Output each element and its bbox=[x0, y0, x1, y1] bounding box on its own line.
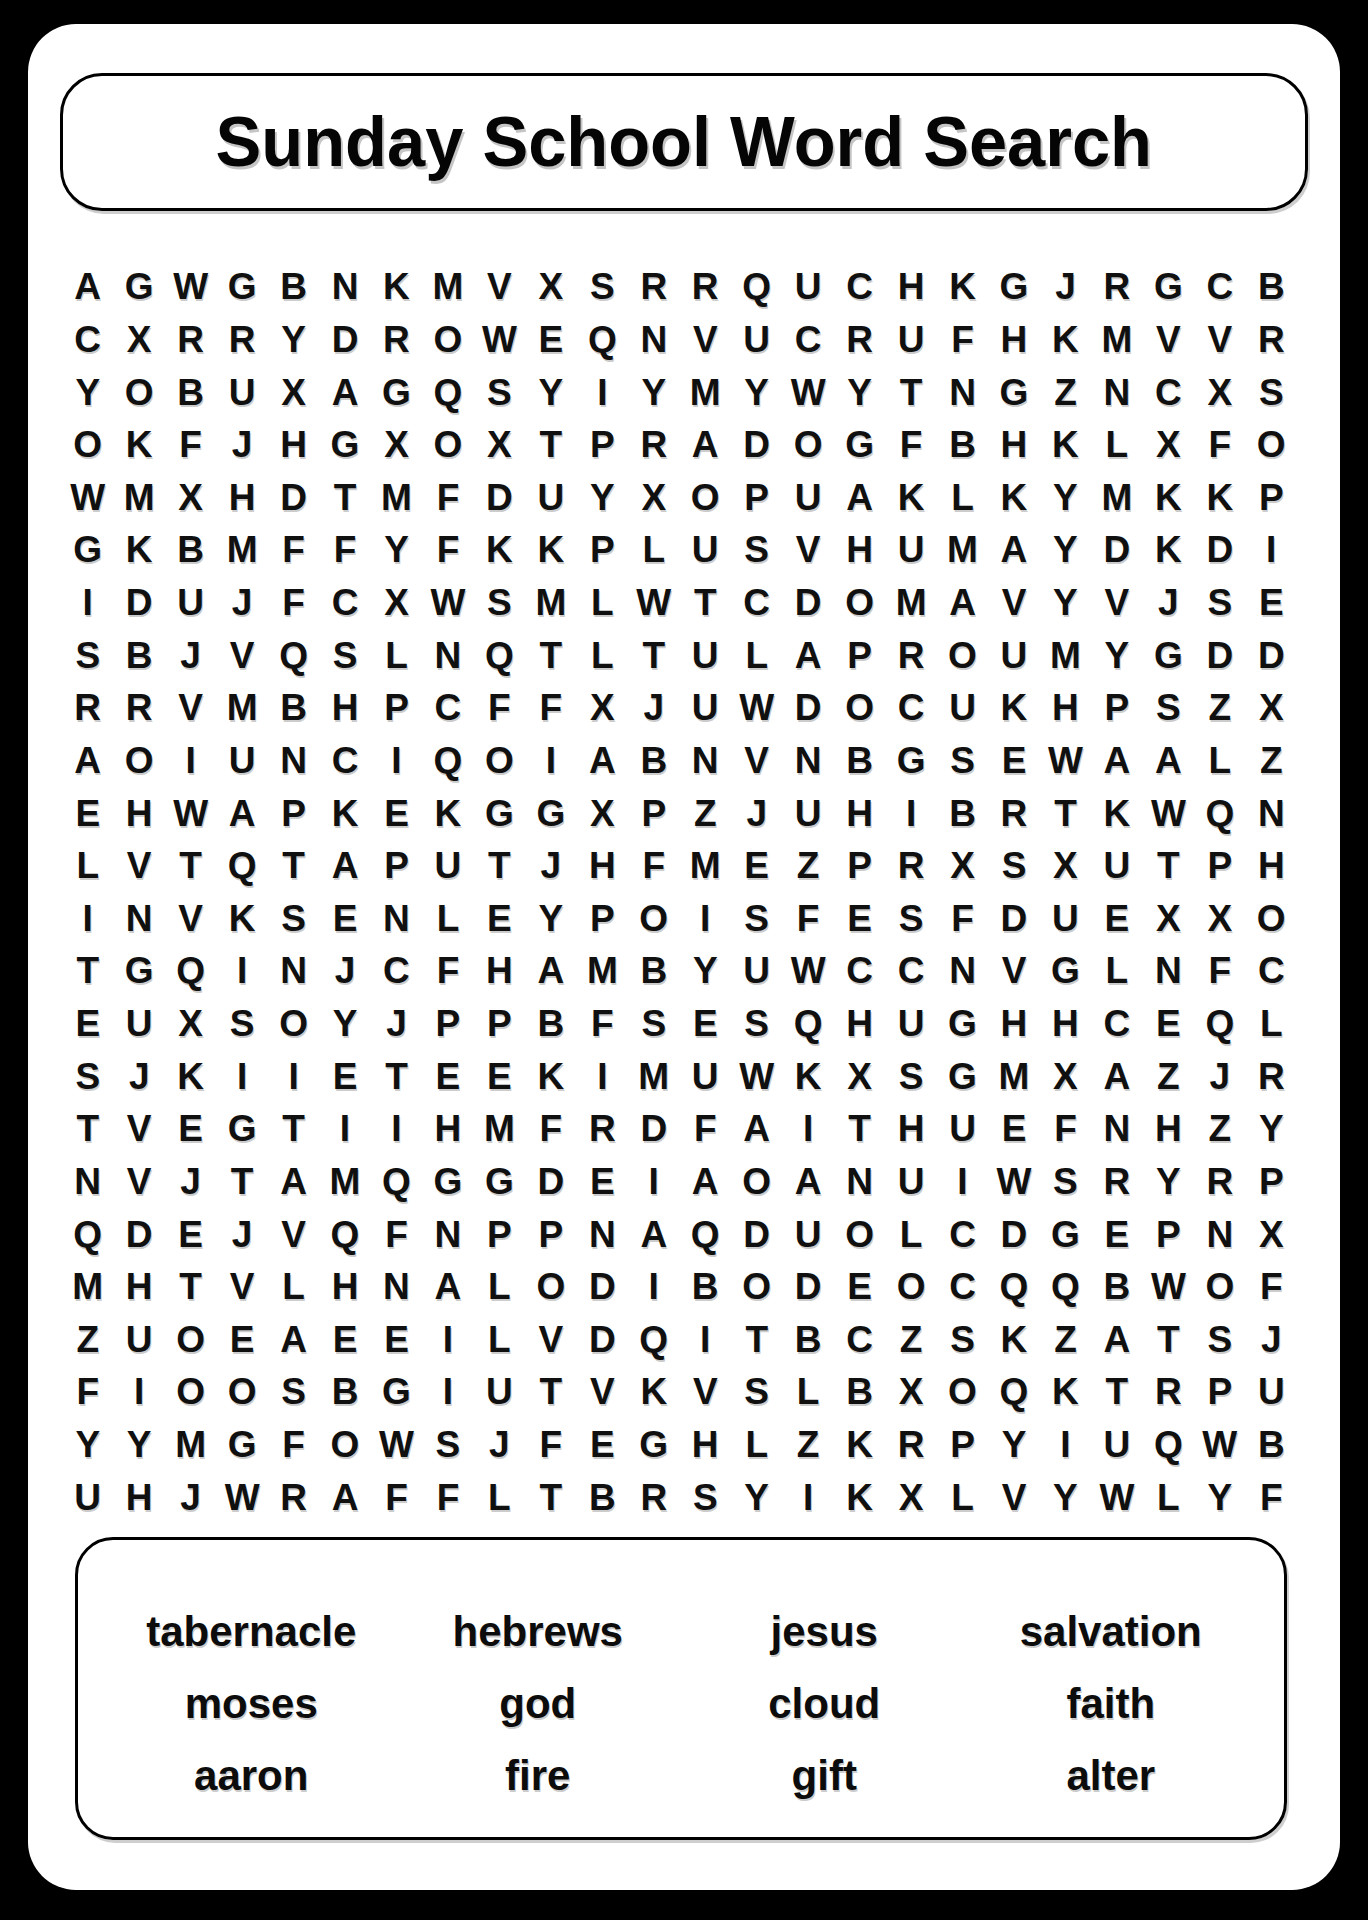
grid-cell: Y bbox=[731, 366, 782, 419]
grid-cell: G bbox=[62, 524, 113, 577]
grid-cell: P bbox=[628, 787, 679, 840]
grid-cell: P bbox=[731, 472, 782, 525]
grid-cell: F bbox=[1194, 419, 1245, 472]
grid-cell: M bbox=[422, 261, 473, 314]
grid-cell: W bbox=[371, 1419, 422, 1472]
grid-cell: K bbox=[525, 524, 576, 577]
grid-cell: Y bbox=[1194, 1471, 1245, 1524]
grid-cell: N bbox=[1143, 945, 1194, 998]
grid-cell: E bbox=[834, 1261, 885, 1314]
grid-cell: Y bbox=[1143, 1156, 1194, 1209]
grid-cell: A bbox=[1091, 1050, 1142, 1103]
grid-cell: Q bbox=[474, 629, 525, 682]
grid-cell: D bbox=[1246, 629, 1297, 682]
word-bank-item: fire bbox=[395, 1740, 682, 1812]
grid-cell: D bbox=[782, 577, 833, 630]
grid-cell: O bbox=[62, 419, 113, 472]
grid-cell: F bbox=[525, 1419, 576, 1472]
grid-cell: U bbox=[679, 524, 730, 577]
grid-cell: S bbox=[731, 998, 782, 1051]
grid-cell: V bbox=[113, 1103, 164, 1156]
grid-cell: W bbox=[165, 787, 216, 840]
grid-cell: P bbox=[525, 1208, 576, 1261]
grid-cell: M bbox=[628, 1050, 679, 1103]
grid-cell: L bbox=[422, 893, 473, 946]
word-bank-item: hebrews bbox=[395, 1596, 682, 1668]
grid-cell: E bbox=[319, 1314, 370, 1367]
grid-cell: W bbox=[165, 261, 216, 314]
grid-cell: D bbox=[577, 1314, 628, 1367]
grid-cell: O bbox=[834, 682, 885, 735]
worksheet-paper: Sunday School Word Search AGWGBNKMVXSRRQ… bbox=[28, 24, 1340, 1890]
grid-cell: L bbox=[577, 629, 628, 682]
grid-cell: Z bbox=[1194, 1103, 1245, 1156]
grid-cell: U bbox=[474, 1366, 525, 1419]
grid-cell: E bbox=[165, 1103, 216, 1156]
grid-cell: G bbox=[885, 735, 936, 788]
grid-cell: U bbox=[216, 735, 267, 788]
grid-cell: W bbox=[474, 314, 525, 367]
grid-cell: W bbox=[988, 1156, 1039, 1209]
grid-cell: Y bbox=[1040, 1471, 1091, 1524]
grid-cell: I bbox=[216, 945, 267, 998]
grid-cell: A bbox=[319, 1471, 370, 1524]
grid-cell: S bbox=[62, 1050, 113, 1103]
grid-cell: J bbox=[319, 945, 370, 998]
grid-cell: X bbox=[1194, 366, 1245, 419]
grid-cell: H bbox=[988, 419, 1039, 472]
grid-cell: T bbox=[885, 366, 936, 419]
grid-cell: E bbox=[422, 1050, 473, 1103]
grid-cell: O bbox=[679, 472, 730, 525]
grid-cell: J bbox=[165, 1471, 216, 1524]
word-bank-item: tabernacle bbox=[108, 1596, 395, 1668]
grid-cell: T bbox=[62, 1103, 113, 1156]
grid-cell: N bbox=[628, 314, 679, 367]
grid-cell: G bbox=[216, 1419, 267, 1472]
grid-cell: L bbox=[474, 1261, 525, 1314]
grid-cell: P bbox=[422, 998, 473, 1051]
grid-cell: F bbox=[937, 314, 988, 367]
grid-cell: X bbox=[885, 1366, 936, 1419]
grid-cell: K bbox=[1040, 419, 1091, 472]
grid-cell: F bbox=[422, 524, 473, 577]
grid-cell: U bbox=[62, 1471, 113, 1524]
grid-cell: T bbox=[268, 1103, 319, 1156]
grid-cell: M bbox=[62, 1261, 113, 1314]
grid-cell: Y bbox=[834, 366, 885, 419]
grid-cell: A bbox=[1091, 735, 1142, 788]
grid-cell: Y bbox=[1040, 577, 1091, 630]
grid-cell: K bbox=[834, 1419, 885, 1472]
grid-cell: S bbox=[731, 524, 782, 577]
grid-cell: Q bbox=[988, 1366, 1039, 1419]
word-bank-item: aaron bbox=[108, 1740, 395, 1812]
grid-cell: L bbox=[1194, 735, 1245, 788]
grid-cell: X bbox=[885, 1471, 936, 1524]
grid-cell: H bbox=[1143, 1103, 1194, 1156]
grid-cell: G bbox=[319, 419, 370, 472]
grid-cell: R bbox=[371, 314, 422, 367]
grid-cell: S bbox=[577, 261, 628, 314]
grid-cell: G bbox=[1040, 1208, 1091, 1261]
grid-cell: Z bbox=[1194, 682, 1245, 735]
grid-cell: W bbox=[1143, 787, 1194, 840]
grid-cell: A bbox=[988, 524, 1039, 577]
grid-cell: X bbox=[165, 998, 216, 1051]
grid-cell: L bbox=[474, 1471, 525, 1524]
grid-cell: Q bbox=[679, 1208, 730, 1261]
grid-cell: P bbox=[1246, 472, 1297, 525]
grid-cell: Q bbox=[319, 1208, 370, 1261]
grid-cell: L bbox=[62, 840, 113, 893]
grid-cell: M bbox=[577, 945, 628, 998]
grid-cell: W bbox=[782, 366, 833, 419]
grid-cell: F bbox=[319, 524, 370, 577]
grid-cell: W bbox=[731, 682, 782, 735]
grid-cell: U bbox=[885, 314, 936, 367]
grid-cell: O bbox=[782, 419, 833, 472]
grid-cell: N bbox=[937, 945, 988, 998]
grid-cell: I bbox=[782, 1471, 833, 1524]
grid-cell: H bbox=[1040, 998, 1091, 1051]
grid-cell: S bbox=[1194, 1314, 1245, 1367]
grid-cell: T bbox=[679, 577, 730, 630]
grid-cell: D bbox=[1091, 524, 1142, 577]
grid-cell: H bbox=[577, 840, 628, 893]
grid-cell: Q bbox=[1194, 787, 1245, 840]
grid-cell: K bbox=[422, 787, 473, 840]
grid-cell: P bbox=[474, 1208, 525, 1261]
grid-cell: U bbox=[1091, 1419, 1142, 1472]
grid-cell: K bbox=[474, 524, 525, 577]
grid-cell: F bbox=[679, 1103, 730, 1156]
grid-cell: U bbox=[885, 998, 936, 1051]
grid-cell: H bbox=[422, 1103, 473, 1156]
grid-cell: G bbox=[216, 1103, 267, 1156]
grid-cell: B bbox=[834, 735, 885, 788]
grid-cell: E bbox=[525, 314, 576, 367]
grid-cell: E bbox=[474, 1050, 525, 1103]
grid-cell: U bbox=[165, 577, 216, 630]
word-bank-item: faith bbox=[968, 1668, 1255, 1740]
grid-cell: Q bbox=[62, 1208, 113, 1261]
grid-cell: I bbox=[628, 1261, 679, 1314]
grid-cell: G bbox=[937, 1050, 988, 1103]
grid-cell: K bbox=[113, 419, 164, 472]
grid-cell: M bbox=[679, 366, 730, 419]
grid-cell: S bbox=[937, 735, 988, 788]
grid-cell: A bbox=[268, 1314, 319, 1367]
grid-cell: J bbox=[731, 787, 782, 840]
grid-cell: A bbox=[268, 1156, 319, 1209]
grid-cell: V bbox=[113, 1156, 164, 1209]
grid-cell: U bbox=[525, 472, 576, 525]
grid-cell: L bbox=[937, 1471, 988, 1524]
grid-cell: Y bbox=[988, 1419, 1039, 1472]
grid-cell: O bbox=[731, 1261, 782, 1314]
word-bank-item: gift bbox=[681, 1740, 968, 1812]
grid-cell: R bbox=[628, 419, 679, 472]
grid-cell: K bbox=[113, 524, 164, 577]
grid-cell: T bbox=[731, 1314, 782, 1367]
grid-cell: V bbox=[679, 314, 730, 367]
word-bank-item: salvation bbox=[968, 1596, 1255, 1668]
grid-cell: P bbox=[1246, 1156, 1297, 1209]
grid-cell: R bbox=[1143, 1366, 1194, 1419]
grid-cell: E bbox=[371, 1314, 422, 1367]
grid-cell: O bbox=[268, 998, 319, 1051]
grid-cell: F bbox=[371, 1471, 422, 1524]
grid-cell: H bbox=[885, 261, 936, 314]
grid-cell: L bbox=[474, 1314, 525, 1367]
grid-cell: I bbox=[165, 735, 216, 788]
grid-cell: Y bbox=[1091, 629, 1142, 682]
grid-cell: N bbox=[834, 1156, 885, 1209]
grid-cell: B bbox=[1246, 1419, 1297, 1472]
grid-cell: T bbox=[319, 472, 370, 525]
grid-cell: L bbox=[937, 472, 988, 525]
grid-cell: K bbox=[1091, 787, 1142, 840]
grid-cell: I bbox=[268, 1050, 319, 1103]
grid-cell: T bbox=[268, 840, 319, 893]
grid-cell: B bbox=[679, 1261, 730, 1314]
grid-cell: O bbox=[319, 1419, 370, 1472]
grid-cell: Y bbox=[679, 945, 730, 998]
grid-cell: Q bbox=[577, 314, 628, 367]
grid-cell: R bbox=[834, 314, 885, 367]
grid-cell: J bbox=[216, 1208, 267, 1261]
grid-cell: C bbox=[937, 1261, 988, 1314]
grid-cell: X bbox=[1040, 840, 1091, 893]
grid-cell: B bbox=[937, 419, 988, 472]
grid-cell: Q bbox=[1143, 1419, 1194, 1472]
grid-cell: D bbox=[319, 314, 370, 367]
grid-cell: U bbox=[885, 524, 936, 577]
grid-cell: T bbox=[165, 1261, 216, 1314]
grid-cell: G bbox=[937, 998, 988, 1051]
grid-cell: R bbox=[628, 1471, 679, 1524]
grid-cell: R bbox=[165, 314, 216, 367]
grid-cell: B bbox=[268, 682, 319, 735]
grid-cell: V bbox=[988, 1471, 1039, 1524]
grid-cell: J bbox=[165, 629, 216, 682]
grid-cell: N bbox=[268, 735, 319, 788]
grid-cell: H bbox=[885, 1103, 936, 1156]
grid-cell: H bbox=[113, 1261, 164, 1314]
grid-cell: S bbox=[319, 629, 370, 682]
grid-cell: G bbox=[216, 261, 267, 314]
grid-cell: C bbox=[319, 577, 370, 630]
grid-cell: B bbox=[319, 1366, 370, 1419]
grid-cell: H bbox=[834, 998, 885, 1051]
grid-cell: J bbox=[216, 419, 267, 472]
grid-cell: Z bbox=[1143, 1050, 1194, 1103]
grid-cell: H bbox=[834, 524, 885, 577]
grid-cell: F bbox=[422, 472, 473, 525]
grid-cell: U bbox=[216, 366, 267, 419]
grid-cell: E bbox=[577, 1419, 628, 1472]
grid-cell: O bbox=[885, 1261, 936, 1314]
grid-cell: J bbox=[1194, 1050, 1245, 1103]
grid-cell: V bbox=[268, 1208, 319, 1261]
grid-cell: T bbox=[628, 629, 679, 682]
grid-cell: Q bbox=[422, 366, 473, 419]
grid-cell: Y bbox=[371, 524, 422, 577]
grid-cell: X bbox=[937, 840, 988, 893]
grid-cell: T bbox=[474, 840, 525, 893]
grid-cell: L bbox=[628, 524, 679, 577]
grid-cell: D bbox=[525, 1156, 576, 1209]
grid-cell: L bbox=[731, 629, 782, 682]
grid-cell: G bbox=[113, 261, 164, 314]
grid-cell: S bbox=[1194, 577, 1245, 630]
grid-cell: O bbox=[937, 1366, 988, 1419]
grid-cell: A bbox=[1091, 1314, 1142, 1367]
grid-cell: C bbox=[1246, 945, 1297, 998]
grid-cell: O bbox=[474, 735, 525, 788]
grid-cell: W bbox=[1194, 1419, 1245, 1472]
grid-cell: I bbox=[422, 1314, 473, 1367]
grid-cell: X bbox=[371, 577, 422, 630]
grid-cell: X bbox=[371, 419, 422, 472]
grid-cell: E bbox=[319, 893, 370, 946]
grid-cell: P bbox=[371, 682, 422, 735]
grid-cell: I bbox=[885, 787, 936, 840]
grid-cell: J bbox=[216, 577, 267, 630]
grid-cell: K bbox=[988, 472, 1039, 525]
grid-cell: K bbox=[1194, 472, 1245, 525]
grid-cell: F bbox=[937, 893, 988, 946]
grid-cell: K bbox=[988, 682, 1039, 735]
grid-cell: I bbox=[577, 1050, 628, 1103]
grid-cell: E bbox=[62, 787, 113, 840]
grid-cell: O bbox=[937, 629, 988, 682]
grid-cell: N bbox=[1091, 1103, 1142, 1156]
grid-cell: Y bbox=[525, 366, 576, 419]
grid-cell: U bbox=[782, 472, 833, 525]
grid-cell: S bbox=[1246, 366, 1297, 419]
grid-cell: X bbox=[165, 472, 216, 525]
grid-cell: X bbox=[474, 419, 525, 472]
grid-cell: O bbox=[1246, 419, 1297, 472]
grid-cell: D bbox=[1194, 524, 1245, 577]
grid-cell: O bbox=[834, 1208, 885, 1261]
grid-cell: H bbox=[834, 787, 885, 840]
grid-cell: B bbox=[165, 524, 216, 577]
grid-cell: N bbox=[113, 893, 164, 946]
grid-cell: V bbox=[165, 682, 216, 735]
grid-cell: E bbox=[474, 893, 525, 946]
grid-cell: T bbox=[1091, 1366, 1142, 1419]
grid-cell: Z bbox=[1246, 735, 1297, 788]
grid-cell: I bbox=[679, 893, 730, 946]
grid-cell: A bbox=[1143, 735, 1194, 788]
grid-cell: U bbox=[1246, 1366, 1297, 1419]
grid-cell: K bbox=[885, 472, 936, 525]
grid-cell: M bbox=[885, 577, 936, 630]
grid-cell: K bbox=[1143, 524, 1194, 577]
grid-cell: F bbox=[371, 1208, 422, 1261]
grid-cell: O bbox=[1246, 893, 1297, 946]
grid-cell: C bbox=[885, 945, 936, 998]
grid-cell: I bbox=[628, 1156, 679, 1209]
grid-cell: X bbox=[628, 472, 679, 525]
grid-cell: J bbox=[1040, 261, 1091, 314]
grid-cell: G bbox=[113, 945, 164, 998]
grid-cell: B bbox=[834, 1366, 885, 1419]
grid-cell: E bbox=[1246, 577, 1297, 630]
grid-cell: Z bbox=[782, 840, 833, 893]
grid-cell: X bbox=[577, 682, 628, 735]
grid-cell: A bbox=[679, 419, 730, 472]
grid-cell: L bbox=[1246, 998, 1297, 1051]
grid-cell: V bbox=[525, 1314, 576, 1367]
grid-cell: I bbox=[319, 1103, 370, 1156]
grid-cell: T bbox=[525, 419, 576, 472]
grid-cell: H bbox=[319, 1261, 370, 1314]
grid-cell: F bbox=[525, 1103, 576, 1156]
grid-cell: N bbox=[1091, 366, 1142, 419]
grid-cell: C bbox=[1091, 998, 1142, 1051]
grid-cell: F bbox=[268, 524, 319, 577]
grid-cell: M bbox=[988, 1050, 1039, 1103]
grid-cell: T bbox=[525, 629, 576, 682]
grid-cell: B bbox=[1246, 261, 1297, 314]
grid-cell: M bbox=[679, 840, 730, 893]
grid-cell: E bbox=[577, 1156, 628, 1209]
grid-cell: G bbox=[474, 787, 525, 840]
grid-cell: C bbox=[834, 1314, 885, 1367]
grid-cell: I bbox=[1040, 1419, 1091, 1472]
grid-cell: V bbox=[679, 1366, 730, 1419]
grid-cell: E bbox=[731, 840, 782, 893]
grid-cell: P bbox=[1194, 1366, 1245, 1419]
grid-cell: T bbox=[834, 1103, 885, 1156]
grid-cell: A bbox=[782, 1156, 833, 1209]
grid-cell: D bbox=[988, 893, 1039, 946]
grid-cell: E bbox=[834, 893, 885, 946]
grid-cell: H bbox=[679, 1419, 730, 1472]
grid-cell: R bbox=[988, 787, 1039, 840]
grid-cell: U bbox=[1091, 840, 1142, 893]
grid-cell: T bbox=[1143, 840, 1194, 893]
grid-cell: M bbox=[216, 682, 267, 735]
grid-cell: F bbox=[422, 945, 473, 998]
grid-cell: O bbox=[113, 366, 164, 419]
grid-cell: U bbox=[731, 945, 782, 998]
grid-cell: R bbox=[885, 1419, 936, 1472]
grid-cell: B bbox=[268, 261, 319, 314]
grid-cell: L bbox=[782, 1366, 833, 1419]
grid-cell: X bbox=[1143, 893, 1194, 946]
grid-cell: R bbox=[885, 840, 936, 893]
grid-cell: A bbox=[62, 261, 113, 314]
grid-cell: L bbox=[371, 629, 422, 682]
grid-cell: F bbox=[1040, 1103, 1091, 1156]
grid-cell: W bbox=[1091, 1471, 1142, 1524]
grid-cell: J bbox=[474, 1419, 525, 1472]
grid-cell: C bbox=[937, 1208, 988, 1261]
grid-cell: I bbox=[62, 577, 113, 630]
grid-cell: U bbox=[679, 629, 730, 682]
grid-cell: B bbox=[577, 1471, 628, 1524]
grid-cell: Y bbox=[577, 472, 628, 525]
grid-cell: A bbox=[319, 366, 370, 419]
grid-cell: B bbox=[782, 1314, 833, 1367]
grid-cell: S bbox=[474, 577, 525, 630]
grid-cell: V bbox=[1194, 314, 1245, 367]
